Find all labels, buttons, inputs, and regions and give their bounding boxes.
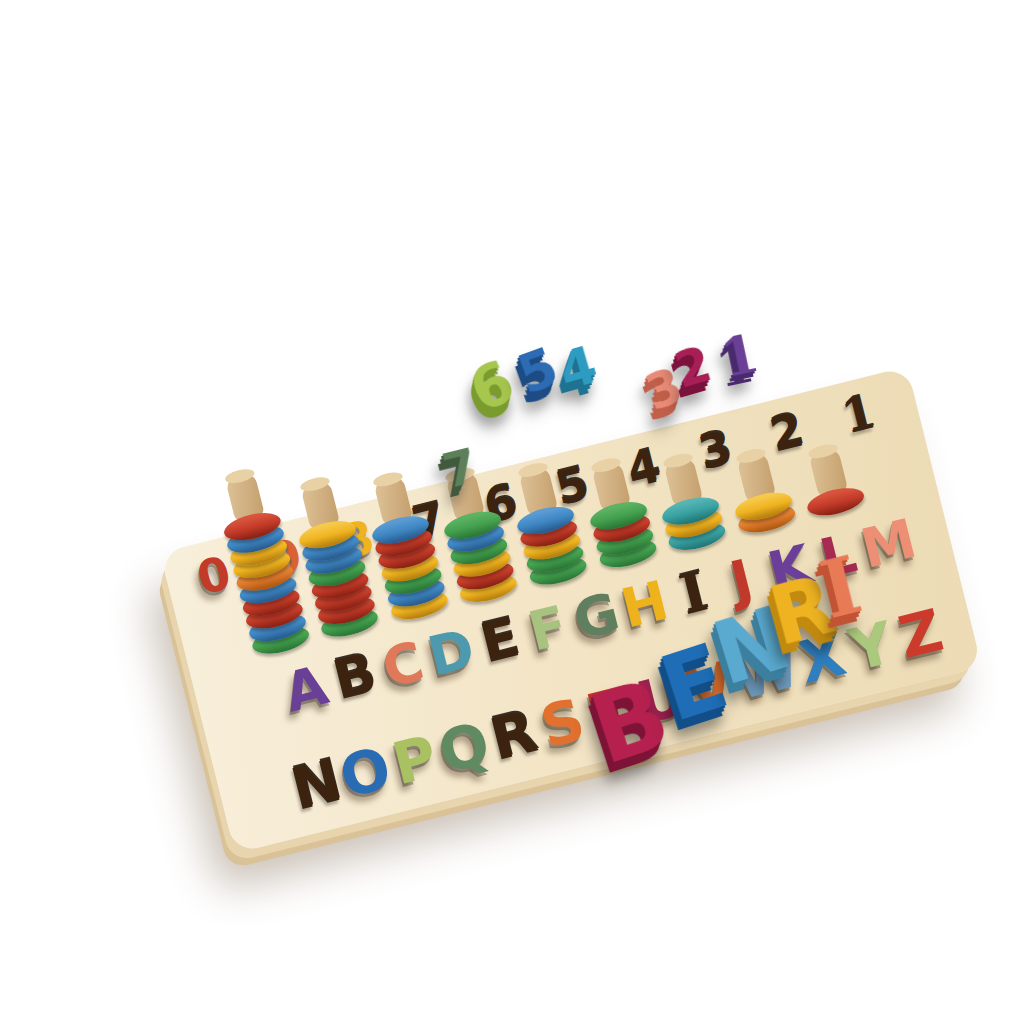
number-slot-1[interactable]: 1 bbox=[817, 383, 900, 445]
letter-slot-M[interactable]: M bbox=[856, 511, 921, 576]
loose-piece-1[interactable]: 1 bbox=[717, 327, 763, 385]
number-recess-4: 4 bbox=[622, 442, 664, 494]
product-photo-scene: 0987654321 ABCDEFGHIJKLM NOPQRSTUVWXYZ 6… bbox=[0, 0, 1024, 1024]
number-recess-2: 2 bbox=[766, 406, 808, 458]
letter-recess-E: E bbox=[475, 610, 524, 671]
letter-piece-F[interactable]: F bbox=[524, 598, 573, 659]
letter-piece-Z[interactable]: Z bbox=[893, 601, 948, 667]
letter-piece-C[interactable]: C bbox=[377, 634, 429, 696]
number-recess-1: 1 bbox=[837, 388, 879, 440]
letter-recess-B: B bbox=[328, 646, 381, 708]
number-piece-0[interactable]: 0 bbox=[193, 549, 235, 601]
letter-piece-A[interactable]: A bbox=[279, 658, 333, 721]
number-recess-3: 3 bbox=[694, 424, 736, 476]
letter-piece-M[interactable]: M bbox=[856, 511, 921, 576]
letter-piece-S[interactable]: S bbox=[535, 690, 590, 756]
number-recess-5: 5 bbox=[551, 460, 593, 512]
letter-piece-P[interactable]: P bbox=[387, 727, 442, 794]
loose-piece-6[interactable]: 6 bbox=[462, 351, 522, 420]
